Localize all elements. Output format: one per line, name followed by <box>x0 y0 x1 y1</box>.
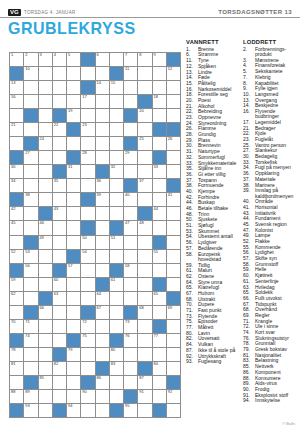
grid-cell[interactable]: 82 <box>53 362 67 376</box>
grid-cell[interactable]: 63 <box>53 292 67 306</box>
grid-cell[interactable] <box>110 390 124 404</box>
across-clues-column: VANNRETT 1.Brenne6.Stramme11.Tyne12.Spjå… <box>186 40 240 365</box>
cell-number: 46 <box>40 221 44 226</box>
grid-cell[interactable]: 94 <box>67 404 81 418</box>
grid-cell[interactable]: 84 <box>153 362 167 376</box>
grid-cell[interactable] <box>10 236 24 250</box>
grid-cell[interactable]: 77 <box>153 334 167 348</box>
grid-cell[interactable] <box>39 193 53 207</box>
grid-cell[interactable] <box>53 236 67 250</box>
grid-cell[interactable] <box>138 264 152 278</box>
grid-cell[interactable]: 88 <box>10 390 24 404</box>
grid-cell[interactable] <box>81 179 95 193</box>
grid-cell[interactable]: 33 <box>153 165 167 179</box>
grid-cell[interactable] <box>39 250 53 264</box>
grid-cell[interactable] <box>124 348 138 362</box>
grid-cell[interactable]: 36 <box>96 179 110 193</box>
grid-cell[interactable] <box>53 67 67 81</box>
grid-cell[interactable] <box>153 137 167 151</box>
blocked-cell <box>67 151 81 165</box>
grid-cell[interactable]: 6 <box>96 53 110 67</box>
grid-cell[interactable] <box>67 95 81 109</box>
grid-cell[interactable] <box>167 109 181 123</box>
grid-cell[interactable] <box>167 250 181 264</box>
grid-cell[interactable] <box>124 123 138 137</box>
grid-cell[interactable] <box>39 390 53 404</box>
grid-cell[interactable]: 69 <box>167 306 181 320</box>
grid-cell[interactable]: 16 <box>10 95 24 109</box>
grid-cell[interactable] <box>81 264 95 278</box>
grid-cell[interactable]: 72 <box>81 320 95 334</box>
grid-cell[interactable] <box>167 81 181 95</box>
grid-cell[interactable]: 27 <box>24 151 38 165</box>
grid-cell[interactable] <box>110 151 124 165</box>
grid-cell[interactable]: 59 <box>10 278 24 292</box>
clue-item: 2.Forbrennings­produkt <box>243 47 298 58</box>
grid-cell[interactable] <box>24 348 38 362</box>
grid-cell[interactable] <box>167 95 181 109</box>
grid-cell[interactable]: 9 <box>153 53 167 67</box>
grid-cell[interactable] <box>67 67 81 81</box>
grid-cell[interactable] <box>110 123 124 137</box>
grid-cell[interactable] <box>167 348 181 362</box>
grid-cell[interactable] <box>53 250 67 264</box>
grid-cell[interactable]: 53 <box>24 250 38 264</box>
grid-cell[interactable] <box>110 53 124 67</box>
grid-cell[interactable] <box>138 334 152 348</box>
grid-cell[interactable] <box>81 292 95 306</box>
grid-cell[interactable]: 95 <box>124 404 138 418</box>
grid-cell[interactable]: 15 <box>110 81 124 95</box>
cell-number: 93 <box>25 404 29 409</box>
grid-cell[interactable] <box>138 250 152 264</box>
grid-cell[interactable] <box>67 236 81 250</box>
grid-cell[interactable] <box>138 123 152 137</box>
cell-number: 2 <box>25 53 27 58</box>
blocked-cell <box>10 264 24 278</box>
grid-cell[interactable] <box>96 348 110 362</box>
clue-text: Europeisk hovedstad <box>198 252 240 263</box>
grid-cell[interactable]: 52 <box>10 250 24 264</box>
cell-number: 16 <box>11 95 15 100</box>
grid-cell[interactable] <box>138 348 152 362</box>
grid-cell[interactable]: 57 <box>67 264 81 278</box>
cell-number: 33 <box>154 165 158 170</box>
cell-number: 28 <box>82 151 86 156</box>
grid-cell[interactable] <box>167 264 181 278</box>
clue-item: 12.Spjåken <box>186 64 240 69</box>
grid-cell[interactable] <box>39 123 53 137</box>
grid-cell[interactable] <box>24 81 38 95</box>
blocked-cell <box>167 53 181 67</box>
grid-cell[interactable]: 58 <box>124 264 138 278</box>
grid-cell[interactable]: 50 <box>81 236 95 250</box>
clue-number: 93. <box>186 359 198 364</box>
grid-cell[interactable]: 91 <box>138 390 152 404</box>
grid-cell[interactable] <box>167 278 181 292</box>
grid-cell[interactable]: 46 <box>39 221 53 235</box>
grid-cell[interactable]: 73 <box>124 320 138 334</box>
grid-cell[interactable] <box>124 207 138 221</box>
grid-cell[interactable]: 26 <box>167 137 181 151</box>
blocked-cell <box>110 334 124 348</box>
down-clue-list: 2.Forbrennings­produkt3.Mønstrene4.Finan… <box>243 47 298 404</box>
clue-item: 16.Flyvende budbringer <box>243 109 298 120</box>
grid-cell[interactable]: 17 <box>81 95 95 109</box>
grid-cell[interactable]: 87 <box>138 376 152 390</box>
blocked-cell <box>153 278 167 292</box>
cell-number: 76 <box>125 334 129 339</box>
grid-cell[interactable]: 13 <box>10 81 24 95</box>
grid-cell[interactable]: 68 <box>138 306 152 320</box>
grid-cell[interactable] <box>39 264 53 278</box>
grid-cell[interactable] <box>153 179 167 193</box>
grid-cell[interactable] <box>110 306 124 320</box>
grid-cell[interactable] <box>67 306 81 320</box>
grid-cell[interactable]: 55 <box>153 250 167 264</box>
grid-cell[interactable] <box>67 179 81 193</box>
grid-cell[interactable] <box>81 278 95 292</box>
grid-cell[interactable]: 85 <box>39 376 53 390</box>
cell-number: 47 <box>125 221 129 226</box>
grid-cell[interactable]: 31 <box>67 165 81 179</box>
grid-cell[interactable] <box>53 334 67 348</box>
grid-cell[interactable] <box>110 250 124 264</box>
grid-cell[interactable]: 86 <box>96 376 110 390</box>
grid-cell[interactable] <box>167 334 181 348</box>
grid-cell[interactable] <box>167 207 181 221</box>
grid-cell[interactable] <box>138 292 152 306</box>
grid-cell[interactable]: 93 <box>24 404 38 418</box>
blocked-cell <box>167 376 181 390</box>
cell-number: 68 <box>139 306 143 311</box>
grid-cell[interactable]: 71 <box>24 320 38 334</box>
grid-cell[interactable]: 23 <box>81 123 95 137</box>
grid-cell[interactable] <box>110 320 124 334</box>
grid-cell[interactable] <box>81 362 95 376</box>
grid-cell[interactable] <box>39 278 53 292</box>
grid-cell[interactable]: 83 <box>110 362 124 376</box>
grid-cell[interactable]: 54 <box>81 250 95 264</box>
grid-cell[interactable]: 2 <box>24 53 38 67</box>
grid-cell[interactable]: 40 <box>124 193 138 207</box>
cell-number: 24 <box>40 137 44 142</box>
grid-cell[interactable] <box>124 376 138 390</box>
grid-cell[interactable] <box>110 95 124 109</box>
grid-cell[interactable] <box>110 179 124 193</box>
grid-cell[interactable] <box>67 207 81 221</box>
grid-cell[interactable] <box>24 165 38 179</box>
blocked-cell <box>167 292 181 306</box>
grid-cell[interactable] <box>24 221 38 235</box>
grid-cell[interactable] <box>138 236 152 250</box>
grid-cell[interactable] <box>167 236 181 250</box>
grid-cell[interactable]: 42 <box>10 207 24 221</box>
grid-cell[interactable]: 22 <box>53 123 67 137</box>
grid-cell[interactable] <box>96 221 110 235</box>
grid-cell[interactable]: 65 <box>153 292 167 306</box>
grid-cell[interactable] <box>24 207 38 221</box>
grid-cell[interactable]: 30 <box>10 165 24 179</box>
grid-cell[interactable]: 11 <box>124 67 138 81</box>
grid-cell[interactable] <box>96 67 110 81</box>
grid-cell[interactable] <box>153 221 167 235</box>
grid-cell[interactable] <box>10 137 24 151</box>
grid-cell[interactable]: 3 <box>39 53 53 67</box>
grid-cell[interactable] <box>67 390 81 404</box>
grid-cell[interactable] <box>96 95 110 109</box>
grid-cell[interactable]: 35 <box>53 179 67 193</box>
grid-cell[interactable] <box>53 151 67 165</box>
grid-cell[interactable] <box>167 404 181 418</box>
grid-cell[interactable]: 20 <box>138 109 152 123</box>
blocked-cell <box>124 137 138 151</box>
grid-cell[interactable] <box>124 165 138 179</box>
blocked-cell <box>124 390 138 404</box>
grid-cell[interactable] <box>67 81 81 95</box>
grid-cell[interactable] <box>124 278 138 292</box>
grid-cell[interactable] <box>39 179 53 193</box>
grid-cell[interactable] <box>96 137 110 151</box>
cell-number: 44 <box>154 207 158 212</box>
grid-cell[interactable]: 41 <box>167 193 181 207</box>
grid-cell[interactable] <box>67 278 81 292</box>
grid-cell[interactable]: 18 <box>153 95 167 109</box>
grid-cell[interactable]: 1 <box>10 53 24 67</box>
blocked-cell <box>153 404 167 418</box>
grid-cell[interactable]: 67 <box>96 306 110 320</box>
grid-cell[interactable] <box>39 95 53 109</box>
grid-cell[interactable] <box>153 348 167 362</box>
grid-cell[interactable] <box>39 334 53 348</box>
grid-cell[interactable]: 81 <box>10 362 24 376</box>
grid-cell[interactable] <box>110 376 124 390</box>
grid-cell[interactable] <box>153 306 167 320</box>
grid-cell[interactable] <box>138 81 152 95</box>
grid-cell[interactable] <box>96 390 110 404</box>
grid-cell[interactable] <box>10 376 24 390</box>
grid-cell[interactable] <box>110 292 124 306</box>
grid-cell[interactable] <box>53 320 67 334</box>
grid-cell[interactable] <box>124 292 138 306</box>
grid-cell[interactable]: 44 <box>153 207 167 221</box>
grid-cell[interactable] <box>124 362 138 376</box>
cell-number: 55 <box>154 250 158 255</box>
grid-cell[interactable] <box>110 137 124 151</box>
grid-cell[interactable] <box>24 278 38 292</box>
grid-cell[interactable] <box>138 320 152 334</box>
blocked-cell <box>81 306 95 320</box>
grid-cell[interactable] <box>24 123 38 137</box>
grid-cell[interactable] <box>10 109 24 123</box>
grid-cell[interactable]: 51 <box>110 236 124 250</box>
grid-cell[interactable] <box>39 362 53 376</box>
crossword-grid[interactable]: 1234567891011121314151617181920212223242… <box>9 52 181 418</box>
grid-cell[interactable]: 45 <box>10 221 24 235</box>
grid-cell[interactable] <box>96 404 110 418</box>
grid-cell[interactable] <box>96 151 110 165</box>
grid-cell[interactable]: 70 <box>10 320 24 334</box>
grid-cell[interactable] <box>138 67 152 81</box>
grid-cell[interactable]: 79 <box>67 348 81 362</box>
grid-cell[interactable] <box>96 264 110 278</box>
grid-cell[interactable] <box>110 193 124 207</box>
grid-cell[interactable] <box>81 67 95 81</box>
grid-cell[interactable] <box>67 137 81 151</box>
grid-cell[interactable] <box>39 348 53 362</box>
grid-cell[interactable] <box>24 95 38 109</box>
grid-cell[interactable] <box>96 207 110 221</box>
grid-cell[interactable]: 34 <box>10 179 24 193</box>
grid-cell[interactable] <box>167 151 181 165</box>
grid-cell[interactable] <box>67 376 81 390</box>
grid-cell[interactable] <box>138 193 152 207</box>
grid-cell[interactable] <box>53 376 67 390</box>
cell-number: 36 <box>97 179 101 184</box>
grid-cell[interactable]: 8 <box>138 53 152 67</box>
grid-cell[interactable] <box>96 250 110 264</box>
grid-cell[interactable]: 60 <box>53 278 67 292</box>
grid-cell[interactable] <box>39 320 53 334</box>
grid-cell[interactable] <box>53 306 67 320</box>
grid-cell[interactable] <box>67 320 81 334</box>
grid-cell[interactable] <box>53 390 67 404</box>
grid-cell[interactable] <box>167 165 181 179</box>
grid-cell[interactable]: 38 <box>24 193 38 207</box>
grid-cell[interactable] <box>10 306 24 320</box>
grid-cell[interactable]: 74 <box>24 334 38 348</box>
grid-cell[interactable] <box>153 109 167 123</box>
grid-cell[interactable] <box>24 292 38 306</box>
grid-cell[interactable]: 4 <box>53 53 67 67</box>
grid-cell[interactable]: 61 <box>110 278 124 292</box>
grid-cell[interactable] <box>167 362 181 376</box>
grid-cell[interactable]: 19 <box>67 109 81 123</box>
header-rule <box>0 17 300 18</box>
grid-cell[interactable]: 10 <box>24 67 38 81</box>
grid-cell[interactable] <box>81 348 95 362</box>
grid-cell[interactable] <box>110 207 124 221</box>
blocked-cell <box>53 348 67 362</box>
cell-number: 48 <box>139 221 143 226</box>
grid-cell[interactable]: 92 <box>167 390 181 404</box>
grid-cell[interactable] <box>138 278 152 292</box>
grid-cell[interactable] <box>124 81 138 95</box>
blocked-cell <box>24 306 38 320</box>
grid-cell[interactable]: 75 <box>81 334 95 348</box>
grid-cell[interactable] <box>96 320 110 334</box>
grid-cell[interactable] <box>124 236 138 250</box>
clue-text: Innskytelse <box>255 398 298 403</box>
grid-cell[interactable]: 7 <box>124 53 138 67</box>
grid-cell[interactable] <box>53 221 67 235</box>
grid-cell[interactable] <box>39 404 53 418</box>
grid-cell[interactable]: 76 <box>124 334 138 348</box>
grid-cell[interactable]: 43 <box>53 207 67 221</box>
grid-cell[interactable] <box>96 109 110 123</box>
grid-cell[interactable] <box>96 334 110 348</box>
grid-cell[interactable] <box>24 362 38 376</box>
grid-cell[interactable] <box>39 165 53 179</box>
grid-cell[interactable] <box>124 95 138 109</box>
grid-cell[interactable] <box>138 165 152 179</box>
grid-cell[interactable] <box>138 404 152 418</box>
cell-number: 80 <box>111 348 115 353</box>
grid-cell[interactable]: 39 <box>96 193 110 207</box>
grid-cell[interactable] <box>167 221 181 235</box>
grid-cell[interactable]: 24 <box>39 137 53 151</box>
grid-cell[interactable]: 29 <box>124 151 138 165</box>
grid-cell[interactable] <box>81 165 95 179</box>
grid-cell[interactable]: 37 <box>138 179 152 193</box>
grid-cell[interactable] <box>53 95 67 109</box>
grid-cell[interactable]: 28 <box>81 151 95 165</box>
grid-cell[interactable] <box>39 109 53 123</box>
grid-cell[interactable] <box>39 67 53 81</box>
grid-cell[interactable] <box>24 179 38 193</box>
grid-cell[interactable]: 78 <box>10 348 24 362</box>
grid-cell[interactable] <box>138 151 152 165</box>
grid-cell[interactable] <box>67 193 81 207</box>
grid-cell[interactable]: 32 <box>110 165 124 179</box>
grid-cell[interactable] <box>96 236 110 250</box>
grid-cell[interactable]: 89 <box>24 390 38 404</box>
grid-cell[interactable] <box>81 109 95 123</box>
grid-cell[interactable] <box>53 81 67 95</box>
blocked-cell <box>153 320 167 334</box>
grid-cell[interactable]: 56 <box>24 264 38 278</box>
grid-cell[interactable] <box>39 151 53 165</box>
grid-cell[interactable] <box>39 81 53 95</box>
grid-cell[interactable]: 5 <box>67 53 81 67</box>
grid-cell[interactable]: 62 <box>10 292 24 306</box>
grid-cell[interactable] <box>153 81 167 95</box>
cell-number: 70 <box>11 320 15 325</box>
grid-cell[interactable] <box>81 137 95 151</box>
grid-cell[interactable] <box>67 292 81 306</box>
grid-cell[interactable]: 25 <box>138 137 152 151</box>
grid-cell[interactable] <box>67 221 81 235</box>
grid-cell[interactable]: 90 <box>81 390 95 404</box>
grid-cell[interactable] <box>153 67 167 81</box>
grid-cell[interactable] <box>167 320 181 334</box>
grid-cell[interactable] <box>124 250 138 264</box>
grid-cell[interactable] <box>81 207 95 221</box>
grid-cell[interactable] <box>96 123 110 137</box>
grid-cell[interactable] <box>81 404 95 418</box>
cell-number: 61 <box>111 278 115 283</box>
grid-cell[interactable] <box>153 390 167 404</box>
grid-cell[interactable] <box>67 362 81 376</box>
grid-cell[interactable] <box>110 109 124 123</box>
grid-cell[interactable] <box>53 193 67 207</box>
puzzle-credit: © Bulls <box>282 421 295 426</box>
grid-cell[interactable] <box>153 264 167 278</box>
blocked-cell <box>167 123 181 137</box>
grid-cell[interactable] <box>153 193 167 207</box>
grid-cell[interactable]: 48 <box>138 221 152 235</box>
grid-cell[interactable] <box>153 376 167 390</box>
grid-cell[interactable]: 66 <box>39 306 53 320</box>
grid-cell[interactable]: 14 <box>96 81 110 95</box>
grid-cell[interactable]: 64 <box>96 292 110 306</box>
grid-cell[interactable]: 80 <box>110 348 124 362</box>
grid-cell[interactable]: 47 <box>124 221 138 235</box>
grid-cell[interactable]: 49 <box>39 236 53 250</box>
grid-cell[interactable]: 12 <box>167 67 181 81</box>
grid-cell[interactable]: 21 <box>10 123 24 137</box>
grid-cell[interactable] <box>53 137 67 151</box>
